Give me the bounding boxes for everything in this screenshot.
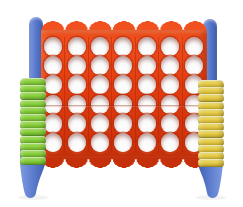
board-hole-empty	[68, 37, 86, 56]
board-cell	[65, 133, 88, 152]
board-hole-empty	[114, 75, 132, 94]
board-hole-empty	[114, 37, 132, 56]
board-scallop-bottom	[41, 158, 207, 168]
board-hole-empty	[161, 37, 179, 56]
board-cell	[112, 133, 135, 152]
board-hole-empty	[138, 114, 156, 133]
board-hole-empty	[138, 75, 156, 94]
board-cell	[65, 56, 88, 75]
board-hole-empty	[161, 75, 179, 94]
board-hole-empty	[161, 56, 179, 75]
board-cell	[65, 37, 88, 56]
board-hole-empty	[68, 114, 86, 133]
board-cell	[159, 114, 182, 133]
board-hole-empty	[44, 114, 62, 133]
board-cell	[159, 133, 182, 152]
board-hole-empty	[114, 114, 132, 133]
board-hole-empty	[68, 75, 86, 94]
board-cell	[112, 56, 135, 75]
board-cell	[112, 114, 135, 133]
board-cell	[136, 114, 159, 133]
green-disc	[20, 157, 46, 165]
board-cell	[159, 56, 182, 75]
board-cell	[89, 56, 112, 75]
board-mid-seam	[41, 105, 207, 107]
board-hole-empty	[138, 56, 156, 75]
board-hole-empty	[44, 133, 62, 152]
giant-connect-four-photo	[0, 0, 243, 207]
board-cell	[65, 75, 88, 94]
board-hole-empty	[91, 75, 109, 94]
board-body	[41, 30, 207, 159]
board-cell	[183, 56, 206, 75]
board-cell	[89, 37, 112, 56]
board-hole-empty	[91, 37, 109, 56]
board-hole-empty	[161, 114, 179, 133]
board-hole-empty	[114, 133, 132, 152]
board-hole-empty	[44, 37, 62, 56]
board-cell	[112, 37, 135, 56]
board-hole-empty	[91, 114, 109, 133]
board-cell	[89, 133, 112, 152]
board-cell	[183, 37, 206, 56]
board-hole-empty	[161, 133, 179, 152]
board-cell	[89, 75, 112, 94]
board-hole-empty	[68, 56, 86, 75]
board-hole-empty	[91, 56, 109, 75]
board-hole-empty	[114, 56, 132, 75]
board-hole-empty	[91, 133, 109, 152]
board-cell	[42, 37, 65, 56]
board-cell	[136, 37, 159, 56]
board-hole-empty	[138, 37, 156, 56]
board-cell	[136, 75, 159, 94]
board-cell	[112, 75, 135, 94]
board-cell	[89, 114, 112, 133]
board-cell	[159, 37, 182, 56]
board-hole-empty	[185, 37, 203, 56]
board-hole-empty	[138, 133, 156, 152]
yellow-disc-tray	[198, 80, 224, 167]
board-cell	[159, 75, 182, 94]
board-cell	[136, 56, 159, 75]
board-hole-empty	[68, 133, 86, 152]
board-hole-empty	[44, 56, 62, 75]
connect-four-board	[41, 21, 207, 168]
board-cell	[65, 114, 88, 133]
board-hole-empty	[185, 56, 203, 75]
board-hole-empty	[44, 75, 62, 94]
green-disc-tray	[20, 78, 46, 165]
board-grid	[42, 37, 206, 152]
yellow-disc	[198, 159, 224, 167]
board-cell	[42, 56, 65, 75]
board-cell	[136, 133, 159, 152]
